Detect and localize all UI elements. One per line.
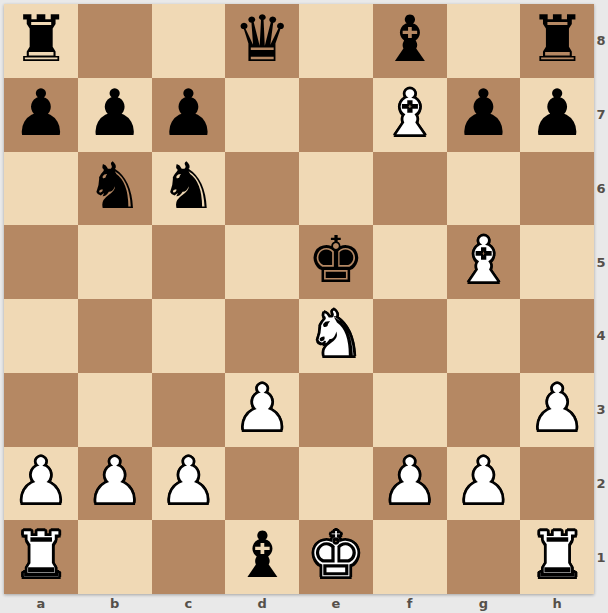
square-d7[interactable] (225, 78, 299, 152)
square-d5[interactable] (225, 225, 299, 299)
piece-black-rook-h8[interactable]: ♜ (528, 7, 585, 71)
square-b8[interactable] (78, 4, 152, 78)
file-label-h: h (520, 594, 594, 613)
square-c2[interactable]: ♟ (152, 447, 226, 521)
piece-black-bishop-f8[interactable]: ♝ (381, 7, 438, 71)
file-label-g: g (447, 594, 521, 613)
piece-black-rook-a8[interactable]: ♜ (12, 7, 69, 71)
square-b7[interactable]: ♟ (78, 78, 152, 152)
square-h2[interactable] (520, 447, 594, 521)
square-f4[interactable] (373, 299, 447, 373)
piece-black-queen-d8[interactable]: ♛ (233, 7, 290, 71)
square-f5[interactable] (373, 225, 447, 299)
square-d2[interactable] (225, 447, 299, 521)
rank-labels: 87654321 (594, 4, 608, 594)
piece-white-king-e1[interactable]: ♚ (307, 523, 364, 587)
square-g7[interactable]: ♟ (447, 78, 521, 152)
piece-black-pawn-a7[interactable]: ♟ (12, 81, 69, 145)
rank-label-4: 4 (594, 299, 608, 373)
piece-black-king-e5[interactable]: ♚ (307, 228, 364, 292)
square-h6[interactable] (520, 152, 594, 226)
square-f1[interactable] (373, 520, 447, 594)
piece-white-rook-a1[interactable]: ♜ (12, 523, 69, 587)
rank-label-1: 1 (594, 520, 608, 594)
square-h7[interactable]: ♟ (520, 78, 594, 152)
rank-label-2: 2 (594, 447, 608, 521)
piece-white-rook-h1[interactable]: ♜ (528, 523, 585, 587)
square-e8[interactable] (299, 4, 373, 78)
square-h1[interactable]: ♜ (520, 520, 594, 594)
square-b5[interactable] (78, 225, 152, 299)
piece-white-knight-e4[interactable]: ♞ (307, 302, 364, 366)
square-g3[interactable] (447, 373, 521, 447)
piece-black-bishop-d1[interactable]: ♝ (233, 523, 290, 587)
square-a1[interactable]: ♜ (4, 520, 78, 594)
file-labels: abcdefgh (4, 594, 594, 613)
piece-white-pawn-d3[interactable]: ♟ (233, 376, 290, 440)
square-c1[interactable] (152, 520, 226, 594)
square-a3[interactable] (4, 373, 78, 447)
square-d1[interactable]: ♝ (225, 520, 299, 594)
square-b4[interactable] (78, 299, 152, 373)
square-c7[interactable]: ♟ (152, 78, 226, 152)
square-f2[interactable]: ♟ (373, 447, 447, 521)
file-label-e: e (299, 594, 373, 613)
square-c4[interactable] (152, 299, 226, 373)
square-c5[interactable] (152, 225, 226, 299)
square-g1[interactable] (447, 520, 521, 594)
piece-black-knight-b6[interactable]: ♞ (86, 154, 143, 218)
rank-label-6: 6 (594, 152, 608, 226)
rank-label-8: 8 (594, 4, 608, 78)
square-g8[interactable] (447, 4, 521, 78)
square-h8[interactable]: ♜ (520, 4, 594, 78)
rank-label-3: 3 (594, 373, 608, 447)
file-label-a: a (4, 594, 78, 613)
rank-label-5: 5 (594, 225, 608, 299)
piece-black-pawn-h7[interactable]: ♟ (528, 81, 585, 145)
square-d4[interactable] (225, 299, 299, 373)
square-a7[interactable]: ♟ (4, 78, 78, 152)
square-f6[interactable] (373, 152, 447, 226)
piece-white-pawn-a2[interactable]: ♟ (12, 449, 69, 513)
square-e7[interactable] (299, 78, 373, 152)
piece-white-bishop-f7[interactable]: ♝ (381, 81, 438, 145)
piece-white-pawn-c2[interactable]: ♟ (160, 449, 217, 513)
square-f7[interactable]: ♝ (373, 78, 447, 152)
file-label-d: d (225, 594, 299, 613)
square-b2[interactable]: ♟ (78, 447, 152, 521)
square-a6[interactable] (4, 152, 78, 226)
rank-label-7: 7 (594, 78, 608, 152)
board: ♜♛♝♜♟♟♟♝♟♟♞♞♚♝♞♟♟♟♟♟♟♟♜♝♚♜ (4, 4, 594, 594)
square-e4[interactable]: ♞ (299, 299, 373, 373)
square-d3[interactable]: ♟ (225, 373, 299, 447)
piece-white-bishop-g5[interactable]: ♝ (455, 228, 512, 292)
square-a4[interactable] (4, 299, 78, 373)
piece-white-pawn-f2[interactable]: ♟ (381, 449, 438, 513)
square-a5[interactable] (4, 225, 78, 299)
square-b6[interactable]: ♞ (78, 152, 152, 226)
square-d8[interactable]: ♛ (225, 4, 299, 78)
square-g4[interactable] (447, 299, 521, 373)
square-c3[interactable] (152, 373, 226, 447)
square-h3[interactable]: ♟ (520, 373, 594, 447)
square-e3[interactable] (299, 373, 373, 447)
square-c6[interactable]: ♞ (152, 152, 226, 226)
square-g2[interactable]: ♟ (447, 447, 521, 521)
piece-black-pawn-c7[interactable]: ♟ (160, 81, 217, 145)
chessboard-app: ♜♛♝♜♟♟♟♝♟♟♞♞♚♝♞♟♟♟♟♟♟♟♜♝♚♜ 87654321 abcd… (0, 0, 608, 613)
square-e1[interactable]: ♚ (299, 520, 373, 594)
square-a2[interactable]: ♟ (4, 447, 78, 521)
square-b1[interactable] (78, 520, 152, 594)
square-f8[interactable]: ♝ (373, 4, 447, 78)
piece-white-pawn-b2[interactable]: ♟ (86, 449, 143, 513)
square-c8[interactable] (152, 4, 226, 78)
piece-black-pawn-g7[interactable]: ♟ (455, 81, 512, 145)
square-h5[interactable] (520, 225, 594, 299)
square-g6[interactable] (447, 152, 521, 226)
square-a8[interactable]: ♜ (4, 4, 78, 78)
piece-black-knight-c6[interactable]: ♞ (160, 154, 217, 218)
file-label-b: b (78, 594, 152, 613)
square-e2[interactable] (299, 447, 373, 521)
piece-black-pawn-b7[interactable]: ♟ (86, 81, 143, 145)
square-b3[interactable] (78, 373, 152, 447)
piece-white-pawn-g2[interactable]: ♟ (455, 449, 512, 513)
square-f3[interactable] (373, 373, 447, 447)
square-e5[interactable]: ♚ (299, 225, 373, 299)
file-label-f: f (373, 594, 447, 613)
square-g5[interactable]: ♝ (447, 225, 521, 299)
square-e6[interactable] (299, 152, 373, 226)
file-label-c: c (152, 594, 226, 613)
piece-white-pawn-h3[interactable]: ♟ (528, 376, 585, 440)
square-h4[interactable] (520, 299, 594, 373)
square-d6[interactable] (225, 152, 299, 226)
